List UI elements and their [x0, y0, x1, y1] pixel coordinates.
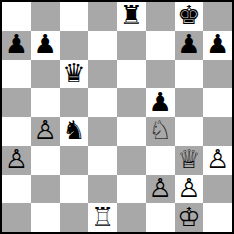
square-c3[interactable]: [60, 146, 89, 175]
square-b1[interactable]: [31, 203, 60, 232]
square-c2[interactable]: [60, 175, 89, 204]
square-a5[interactable]: [2, 88, 31, 117]
square-h3[interactable]: ♙: [203, 146, 232, 175]
square-f6[interactable]: [146, 60, 175, 89]
square-f2[interactable]: ♙: [146, 175, 175, 204]
black-pawn-icon: ♟: [33, 31, 56, 57]
square-f4[interactable]: ♘: [146, 117, 175, 146]
square-c8[interactable]: [60, 2, 89, 31]
square-e6[interactable]: [117, 60, 146, 89]
square-a4[interactable]: [2, 117, 31, 146]
square-b5[interactable]: [31, 88, 60, 117]
square-d5[interactable]: [88, 88, 117, 117]
white-pawn-icon: ♙: [5, 146, 28, 172]
square-a7[interactable]: ♟: [2, 31, 31, 60]
square-d6[interactable]: [88, 60, 117, 89]
square-d7[interactable]: [88, 31, 117, 60]
square-b4[interactable]: ♙: [31, 117, 60, 146]
square-g5[interactable]: [175, 88, 204, 117]
white-queen-icon: ♕: [177, 146, 200, 172]
square-d1[interactable]: ♖: [88, 203, 117, 232]
square-b7[interactable]: ♟: [31, 31, 60, 60]
square-h8[interactable]: [203, 2, 232, 31]
black-rook-icon: ♜: [120, 2, 143, 28]
square-h2[interactable]: [203, 175, 232, 204]
square-a2[interactable]: [2, 175, 31, 204]
black-king-icon: ♚: [177, 2, 200, 28]
square-d8[interactable]: [88, 2, 117, 31]
square-d4[interactable]: [88, 117, 117, 146]
square-e5[interactable]: [117, 88, 146, 117]
square-b6[interactable]: [31, 60, 60, 89]
square-f7[interactable]: [146, 31, 175, 60]
square-h5[interactable]: [203, 88, 232, 117]
white-pawn-icon: ♙: [206, 146, 229, 172]
black-pawn-icon: ♟: [5, 31, 28, 57]
black-pawn-icon: ♟: [148, 89, 171, 115]
square-b2[interactable]: [31, 175, 60, 204]
square-b8[interactable]: [31, 2, 60, 31]
white-king-icon: ♔: [177, 204, 200, 230]
square-b3[interactable]: [31, 146, 60, 175]
square-g4[interactable]: [175, 117, 204, 146]
white-knight-icon: ♘: [148, 117, 171, 143]
square-c4[interactable]: ♞: [60, 117, 89, 146]
white-pawn-icon: ♙: [177, 175, 200, 201]
square-g7[interactable]: ♟: [175, 31, 204, 60]
square-c6[interactable]: ♛: [60, 60, 89, 89]
chess-board-frame: ♜♚♟♟♟♟♛♟♙♞♘♙♕♙♙♙♖♔: [0, 0, 234, 234]
black-pawn-icon: ♟: [206, 31, 229, 57]
square-e7[interactable]: [117, 31, 146, 60]
square-a1[interactable]: [2, 203, 31, 232]
square-f3[interactable]: [146, 146, 175, 175]
white-pawn-icon: ♙: [33, 117, 56, 143]
square-a3[interactable]: ♙: [2, 146, 31, 175]
chess-board: ♜♚♟♟♟♟♛♟♙♞♘♙♕♙♙♙♖♔: [2, 2, 232, 232]
square-c1[interactable]: [60, 203, 89, 232]
black-knight-icon: ♞: [62, 117, 85, 143]
square-g1[interactable]: ♔: [175, 203, 204, 232]
white-rook-icon: ♖: [91, 204, 114, 230]
square-h7[interactable]: ♟: [203, 31, 232, 60]
square-f8[interactable]: [146, 2, 175, 31]
white-pawn-icon: ♙: [148, 175, 171, 201]
square-h1[interactable]: [203, 203, 232, 232]
square-e1[interactable]: [117, 203, 146, 232]
square-e3[interactable]: [117, 146, 146, 175]
square-c5[interactable]: [60, 88, 89, 117]
square-a6[interactable]: [2, 60, 31, 89]
square-c7[interactable]: [60, 31, 89, 60]
square-g8[interactable]: ♚: [175, 2, 204, 31]
square-f1[interactable]: [146, 203, 175, 232]
square-d2[interactable]: [88, 175, 117, 204]
square-e4[interactable]: [117, 117, 146, 146]
square-g6[interactable]: [175, 60, 204, 89]
square-g2[interactable]: ♙: [175, 175, 204, 204]
square-e8[interactable]: ♜: [117, 2, 146, 31]
black-pawn-icon: ♟: [177, 31, 200, 57]
square-f5[interactable]: ♟: [146, 88, 175, 117]
black-queen-icon: ♛: [62, 60, 85, 86]
square-e2[interactable]: [117, 175, 146, 204]
square-h6[interactable]: [203, 60, 232, 89]
square-a8[interactable]: [2, 2, 31, 31]
square-h4[interactable]: [203, 117, 232, 146]
square-d3[interactable]: [88, 146, 117, 175]
square-g3[interactable]: ♕: [175, 146, 204, 175]
